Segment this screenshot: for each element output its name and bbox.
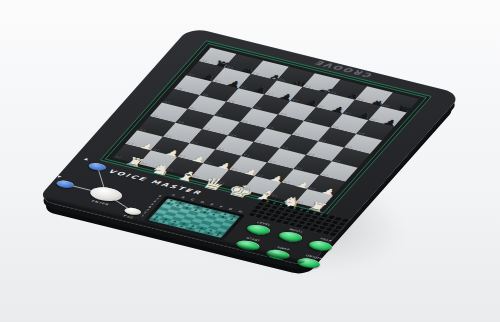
lcd-piece: ♞ [205, 231, 211, 234]
speaker-slot [282, 221, 289, 225]
lcd-piece: ♜ [151, 218, 157, 221]
speaker-slot [329, 233, 336, 237]
square-label: E1 [219, 181, 227, 185]
speaker-slot [268, 218, 275, 222]
lcd-piece: ♞ [160, 220, 166, 223]
lcd-piece: ♝ [169, 223, 175, 226]
lcd-piece: ♝ [196, 229, 202, 232]
speaker-slot [275, 219, 282, 223]
lcd-piece: ♜ [214, 234, 220, 237]
square-label: A1 [115, 155, 123, 159]
lcd-piece: ♛ [178, 225, 184, 228]
esc-button-label: ESC [123, 215, 135, 220]
product-photo-scene: CROOVE A8♜B8♞C8♝D8♛E8♚F8♝G8♞H8♜A7♟B7♟C7♟… [0, 0, 500, 322]
square-label: C1 [167, 168, 175, 172]
square-label: F1 [245, 188, 253, 192]
lcd-piece: ♚ [187, 227, 193, 230]
start-button[interactable]: START [236, 236, 265, 249]
square-label: B1 [141, 162, 149, 166]
multi-button[interactable]: MULTI [279, 227, 308, 240]
swap-button[interactable]: SWAP [266, 245, 295, 258]
level-button[interactable]: LEVEL [247, 220, 276, 233]
